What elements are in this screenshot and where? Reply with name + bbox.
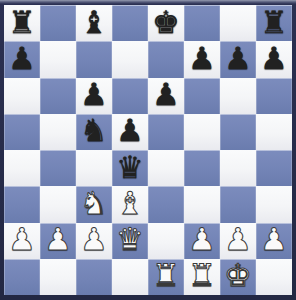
square-c8[interactable]: ♝ [76,5,112,41]
square-e7[interactable] [148,41,184,77]
square-h1[interactable] [256,259,292,295]
black-pawn[interactable]: ♟ [188,43,216,74]
square-a8[interactable]: ♜ [4,5,40,41]
square-d2[interactable]: ♛ [112,223,148,259]
square-g7[interactable]: ♟ [220,41,256,77]
square-h4[interactable] [256,150,292,186]
square-e5[interactable] [148,114,184,150]
square-a1[interactable] [4,259,40,295]
square-g8[interactable] [220,5,256,41]
white-pawn[interactable]: ♟ [224,224,252,255]
square-f2[interactable]: ♟ [184,223,220,259]
square-a7[interactable]: ♟ [4,41,40,77]
square-b7[interactable] [40,41,76,77]
square-c2[interactable]: ♟ [76,223,112,259]
square-a4[interactable] [4,150,40,186]
black-rook[interactable]: ♜ [260,7,288,38]
square-b5[interactable] [40,114,76,150]
square-h5[interactable] [256,114,292,150]
white-knight[interactable]: ♞ [80,188,108,219]
black-pawn[interactable]: ♟ [152,79,180,110]
square-g5[interactable] [220,114,256,150]
square-e3[interactable] [148,186,184,222]
square-b4[interactable] [40,150,76,186]
square-h7[interactable]: ♟ [256,41,292,77]
square-f1[interactable]: ♜ [184,259,220,295]
black-rook[interactable]: ♜ [8,7,36,38]
square-e2[interactable] [148,223,184,259]
white-pawn[interactable]: ♟ [188,224,216,255]
square-a6[interactable] [4,78,40,114]
square-d3[interactable]: ♝ [112,186,148,222]
white-pawn[interactable]: ♟ [260,224,288,255]
square-c6[interactable]: ♟ [76,78,112,114]
square-b3[interactable] [40,186,76,222]
square-d7[interactable] [112,41,148,77]
square-a2[interactable]: ♟ [4,223,40,259]
black-queen[interactable]: ♛ [116,152,144,183]
white-pawn[interactable]: ♟ [80,224,108,255]
square-c1[interactable] [76,259,112,295]
square-f3[interactable] [184,186,220,222]
square-f6[interactable] [184,78,220,114]
square-f5[interactable] [184,114,220,150]
black-bishop[interactable]: ♝ [80,7,108,38]
square-e6[interactable]: ♟ [148,78,184,114]
white-bishop[interactable]: ♝ [116,188,144,219]
black-pawn[interactable]: ♟ [116,115,144,146]
square-a3[interactable] [4,186,40,222]
black-pawn[interactable]: ♟ [260,43,288,74]
square-e1[interactable]: ♜ [148,259,184,295]
white-rook[interactable]: ♜ [152,260,180,291]
chess-board: ♜♝♚♜♟♟♟♟♟♟♞♟♛♞♝♟♟♟♛♟♟♟♜♜♚ [4,5,292,295]
square-a5[interactable] [4,114,40,150]
square-h8[interactable]: ♜ [256,5,292,41]
black-knight[interactable]: ♞ [80,115,108,146]
square-b1[interactable] [40,259,76,295]
white-queen[interactable]: ♛ [116,224,144,255]
white-pawn[interactable]: ♟ [8,224,36,255]
square-d1[interactable] [112,259,148,295]
square-d6[interactable] [112,78,148,114]
square-d5[interactable]: ♟ [112,114,148,150]
black-pawn[interactable]: ♟ [8,43,36,74]
square-f4[interactable] [184,150,220,186]
square-g1[interactable]: ♚ [220,259,256,295]
square-h6[interactable] [256,78,292,114]
square-e8[interactable]: ♚ [148,5,184,41]
square-c5[interactable]: ♞ [76,114,112,150]
square-d8[interactable] [112,5,148,41]
white-pawn[interactable]: ♟ [44,224,72,255]
square-c3[interactable]: ♞ [76,186,112,222]
black-king[interactable]: ♚ [152,7,180,38]
square-e4[interactable] [148,150,184,186]
square-g2[interactable]: ♟ [220,223,256,259]
black-pawn[interactable]: ♟ [80,79,108,110]
square-h2[interactable]: ♟ [256,223,292,259]
square-b8[interactable] [40,5,76,41]
square-g4[interactable] [220,150,256,186]
chess-board-frame: ♜♝♚♜♟♟♟♟♟♟♞♟♛♞♝♟♟♟♛♟♟♟♜♜♚ [0,0,296,300]
square-c4[interactable] [76,150,112,186]
square-b2[interactable]: ♟ [40,223,76,259]
square-g6[interactable] [220,78,256,114]
square-g3[interactable] [220,186,256,222]
square-b6[interactable] [40,78,76,114]
square-c7[interactable] [76,41,112,77]
square-d4[interactable]: ♛ [112,150,148,186]
square-f8[interactable] [184,5,220,41]
black-pawn[interactable]: ♟ [224,43,252,74]
white-king[interactable]: ♚ [224,260,252,291]
white-rook[interactable]: ♜ [188,260,216,291]
square-h3[interactable] [256,186,292,222]
square-f7[interactable]: ♟ [184,41,220,77]
